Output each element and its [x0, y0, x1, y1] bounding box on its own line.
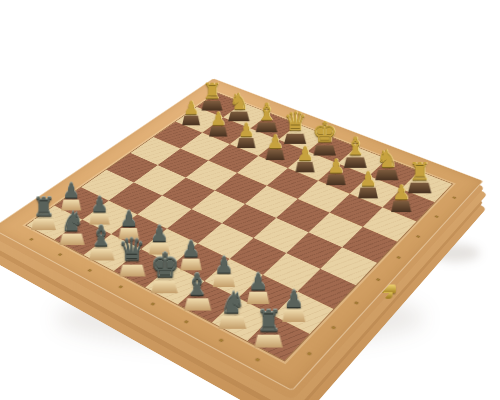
- walnut-piece-base: [391, 201, 411, 212]
- piece-white-pawn[interactable]: ♟: [387, 182, 415, 212]
- walnut-piece-base: [358, 188, 378, 199]
- pewter-rook-glyph: ♜: [32, 194, 55, 220]
- chess-box: ♜♞♝♛♚♝♞♜♟♟♟♟♟♟♟♟♟♟♟♟♟♟♟♟♜♞♝♛♚♝♞♜: [0, 78, 484, 391]
- walnut-piece-base: [326, 175, 346, 186]
- pewter-knight-glyph: ♞: [60, 208, 84, 234]
- piece-black-rook[interactable]: ♜: [29, 194, 58, 230]
- beech-piece-base: [119, 265, 145, 277]
- beech-piece-base: [247, 292, 270, 304]
- brass-pin: [307, 352, 312, 356]
- beech-piece-base: [89, 249, 115, 261]
- piece-black-rook[interactable]: ♜: [252, 306, 285, 348]
- brass-pin: [331, 326, 336, 329]
- gold-pawn-glyph: ♟: [238, 120, 255, 139]
- gold-pawn-glyph: ♟: [359, 169, 377, 189]
- pewter-king-glyph: ♚: [149, 249, 179, 283]
- piece-black-bishop[interactable]: ♝: [87, 222, 117, 261]
- square-d3[interactable]: [237, 156, 288, 186]
- pewter-pawn-glyph: ♟: [181, 238, 200, 260]
- piece-white-pawn[interactable]: ♟: [292, 144, 319, 173]
- gold-pawn-glyph: ♟: [327, 156, 345, 176]
- gold-pawn-glyph: ♟: [267, 132, 284, 151]
- piece-black-bishop[interactable]: ♝: [182, 270, 214, 311]
- pewter-pawn-glyph: ♟: [150, 223, 169, 244]
- pewter-knight-glyph: ♞: [219, 288, 245, 317]
- pewter-rook-glyph: ♜: [255, 306, 282, 336]
- brass-pin: [435, 215, 439, 218]
- gold-rook-glyph: ♜: [202, 80, 222, 102]
- brass-pin: [57, 253, 62, 256]
- beech-piece-base: [31, 219, 56, 230]
- brass-pin: [87, 269, 92, 272]
- piece-black-knight[interactable]: ♞: [57, 208, 87, 245]
- pewter-pawn-glyph: ♟: [119, 208, 138, 229]
- beech-piece-base: [254, 335, 283, 348]
- walnut-piece-base: [182, 116, 200, 126]
- pewter-pawn-glyph: ♟: [90, 194, 108, 215]
- piece-black-knight[interactable]: ♞: [216, 288, 249, 329]
- piece-white-pawn[interactable]: ♟: [354, 169, 382, 199]
- piece-white-pawn[interactable]: ♟: [322, 156, 349, 185]
- gold-bishop-glyph: ♝: [344, 134, 366, 159]
- walnut-piece-base: [209, 127, 227, 137]
- brass-pin: [150, 302, 155, 305]
- pewter-bishop-glyph: ♝: [184, 270, 211, 300]
- pewter-pawn-glyph: ♟: [214, 254, 234, 276]
- pewter-pawn-glyph: ♟: [62, 180, 80, 200]
- walnut-piece-base: [266, 150, 285, 160]
- gold-knight-glyph: ♞: [376, 147, 398, 171]
- pewter-pawn-glyph: ♟: [248, 270, 268, 293]
- beech-piece-base: [282, 309, 305, 322]
- pewter-queen-glyph: ♛: [119, 235, 146, 266]
- piece-white-pawn[interactable]: ♟: [205, 109, 231, 136]
- beech-piece-base: [184, 298, 211, 311]
- piece-white-pawn[interactable]: ♟: [233, 120, 259, 148]
- board-frame: ♜♞♝♛♚♝♞♜♟♟♟♟♟♟♟♟♟♟♟♟♟♟♟♟♜♞♝♛♚♝♞♜: [0, 78, 484, 391]
- piece-black-pawn[interactable]: ♟: [176, 238, 206, 271]
- brass-pin: [255, 358, 260, 362]
- beech-piece-base: [151, 281, 178, 293]
- brass-pin: [397, 256, 401, 259]
- beech-piece-base: [218, 316, 246, 329]
- pewter-pawn-glyph: ♟: [283, 287, 304, 310]
- brass-pin: [118, 285, 123, 288]
- brass-pin: [29, 238, 34, 241]
- walnut-piece-base: [295, 162, 314, 173]
- piece-black-king[interactable]: ♚: [149, 249, 180, 294]
- gold-rook-glyph: ♜: [409, 159, 431, 184]
- pewter-bishop-glyph: ♝: [89, 222, 114, 250]
- gold-pawn-glyph: ♟: [296, 144, 313, 163]
- gold-king-glyph: ♚: [312, 118, 337, 146]
- gold-pawn-glyph: ♟: [392, 182, 410, 202]
- gold-pawn-glyph: ♟: [183, 99, 199, 117]
- brass-pin: [218, 338, 223, 342]
- brass-pin: [452, 196, 456, 199]
- gold-pawn-glyph: ♟: [210, 109, 226, 127]
- walnut-piece-base: [237, 138, 256, 148]
- piece-white-pawn[interactable]: ♟: [262, 132, 288, 160]
- piece-black-queen[interactable]: ♛: [117, 235, 148, 277]
- brass-pin: [416, 235, 420, 238]
- product-photo-scene: ♜♞♝♛♚♝♞♜♟♟♟♟♟♟♟♟♟♟♟♟♟♟♟♟♜♞♝♛♚♝♞♜: [0, 0, 500, 400]
- beech-piece-base: [59, 234, 84, 246]
- gold-queen-glyph: ♛: [284, 109, 307, 135]
- brass-pin: [183, 320, 188, 323]
- piece-white-pawn[interactable]: ♟: [179, 99, 204, 126]
- gold-knight-glyph: ♞: [229, 90, 249, 112]
- brass-pin: [354, 301, 359, 304]
- brass-pin: [376, 278, 381, 281]
